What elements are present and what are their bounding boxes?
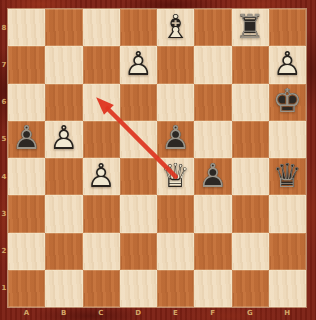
piece-black-rook-g8[interactable]: ♜♖ (232, 9, 269, 46)
square-g8[interactable]: ♜♖ (232, 9, 269, 46)
piece-black-king-h6[interactable]: ♚♔ (269, 84, 306, 121)
piece-black-queen-h4[interactable]: ♛♕ (269, 158, 306, 195)
piece-white-queen-e4[interactable]: ♛♕ (157, 158, 194, 195)
square-c5[interactable] (83, 121, 120, 158)
square-c1[interactable] (83, 270, 120, 307)
square-f4[interactable]: ♟♙ (194, 158, 231, 195)
square-c4[interactable]: ♟♙ (83, 158, 120, 195)
rank-label-5: 5 (0, 135, 8, 143)
file-label-H: H (277, 308, 297, 320)
square-e5[interactable]: ♟♙ (157, 121, 194, 158)
square-f5[interactable] (194, 121, 231, 158)
square-e8[interactable]: ♝♗ (157, 9, 194, 46)
square-h5[interactable] (269, 121, 306, 158)
white-queen-glyph-outline: ♕ (157, 157, 194, 194)
rank-label-1: 1 (0, 284, 8, 292)
square-e4[interactable]: ♛♕ (157, 158, 194, 195)
chess-board-screenshot: ♝♗♜♖♟♙♟♙♚♔♟♙♟♙♟♙♟♙♛♕♟♙♛♕ 87654321 ABCDEF… (0, 0, 316, 320)
white-pawn-glyph-outline: ♙ (83, 157, 120, 194)
piece-white-pawn-b5[interactable]: ♟♙ (45, 121, 82, 158)
piece-white-pawn-h7[interactable]: ♟♙ (269, 46, 306, 83)
square-a5[interactable]: ♟♙ (8, 121, 45, 158)
piece-white-pawn-c4[interactable]: ♟♙ (83, 158, 120, 195)
square-f8[interactable] (194, 9, 231, 46)
file-label-A: A (17, 308, 37, 320)
rank-label-6: 6 (0, 98, 8, 106)
square-h1[interactable] (269, 270, 306, 307)
square-g1[interactable] (232, 270, 269, 307)
piece-black-pawn-f4[interactable]: ♟♙ (194, 158, 231, 195)
square-g5[interactable] (232, 121, 269, 158)
square-a2[interactable] (8, 233, 45, 270)
black-pawn-glyph-outline: ♙ (194, 157, 231, 194)
chess-board[interactable]: ♝♗♜♖♟♙♟♙♚♔♟♙♟♙♟♙♟♙♛♕♟♙♛♕ (8, 9, 306, 307)
piece-white-bishop-e8[interactable]: ♝♗ (157, 9, 194, 46)
piece-white-pawn-d7[interactable]: ♟♙ (120, 46, 157, 83)
square-f3[interactable] (194, 195, 231, 232)
square-h6[interactable]: ♚♔ (269, 84, 306, 121)
square-e7[interactable] (157, 46, 194, 83)
square-b2[interactable] (45, 233, 82, 270)
rank-label-4: 4 (0, 173, 8, 181)
square-e3[interactable] (157, 195, 194, 232)
square-g2[interactable] (232, 233, 269, 270)
black-pawn-glyph-outline: ♙ (157, 120, 194, 157)
file-label-G: G (240, 308, 260, 320)
square-d2[interactable] (120, 233, 157, 270)
square-b4[interactable] (45, 158, 82, 195)
rank-label-2: 2 (0, 247, 8, 255)
rank-label-3: 3 (0, 210, 8, 218)
square-h7[interactable]: ♟♙ (269, 46, 306, 83)
square-c8[interactable] (83, 9, 120, 46)
file-label-F: F (203, 308, 223, 320)
white-pawn-glyph-outline: ♙ (269, 45, 306, 82)
square-d1[interactable] (120, 270, 157, 307)
file-label-D: D (128, 308, 148, 320)
square-e6[interactable] (157, 84, 194, 121)
white-pawn-glyph-outline: ♙ (120, 45, 157, 82)
square-h8[interactable] (269, 9, 306, 46)
square-a3[interactable] (8, 195, 45, 232)
square-a1[interactable] (8, 270, 45, 307)
square-e1[interactable] (157, 270, 194, 307)
square-f7[interactable] (194, 46, 231, 83)
black-queen-glyph-outline: ♕ (269, 157, 306, 194)
square-d7[interactable]: ♟♙ (120, 46, 157, 83)
square-d5[interactable] (120, 121, 157, 158)
square-b3[interactable] (45, 195, 82, 232)
black-king-glyph-outline: ♔ (269, 83, 306, 120)
square-h3[interactable] (269, 195, 306, 232)
square-f6[interactable] (194, 84, 231, 121)
square-a8[interactable] (8, 9, 45, 46)
square-c7[interactable] (83, 46, 120, 83)
square-b8[interactable] (45, 9, 82, 46)
square-b1[interactable] (45, 270, 82, 307)
black-rook-glyph-outline: ♖ (232, 8, 269, 45)
square-d8[interactable] (120, 9, 157, 46)
square-g3[interactable] (232, 195, 269, 232)
square-d6[interactable] (120, 84, 157, 121)
piece-black-pawn-e5[interactable]: ♟♙ (157, 121, 194, 158)
square-g6[interactable] (232, 84, 269, 121)
square-f2[interactable] (194, 233, 231, 270)
square-e2[interactable] (157, 233, 194, 270)
square-g7[interactable] (232, 46, 269, 83)
file-label-E: E (166, 308, 186, 320)
square-d4[interactable] (120, 158, 157, 195)
square-b7[interactable] (45, 46, 82, 83)
file-label-C: C (91, 308, 111, 320)
square-b5[interactable]: ♟♙ (45, 121, 82, 158)
square-c3[interactable] (83, 195, 120, 232)
square-b6[interactable] (45, 84, 82, 121)
black-pawn-glyph-outline: ♙ (8, 120, 45, 157)
square-f1[interactable] (194, 270, 231, 307)
square-g4[interactable] (232, 158, 269, 195)
piece-black-pawn-a5[interactable]: ♟♙ (8, 121, 45, 158)
square-a7[interactable] (8, 46, 45, 83)
white-bishop-glyph-outline: ♗ (157, 8, 194, 45)
file-label-B: B (54, 308, 74, 320)
square-h4[interactable]: ♛♕ (269, 158, 306, 195)
square-d3[interactable] (120, 195, 157, 232)
rank-label-7: 7 (0, 61, 8, 69)
square-c2[interactable] (83, 233, 120, 270)
square-a6[interactable] (8, 84, 45, 121)
square-h2[interactable] (269, 233, 306, 270)
square-c6[interactable] (83, 84, 120, 121)
square-a4[interactable] (8, 158, 45, 195)
white-pawn-glyph-outline: ♙ (45, 120, 82, 157)
rank-label-8: 8 (0, 24, 8, 32)
